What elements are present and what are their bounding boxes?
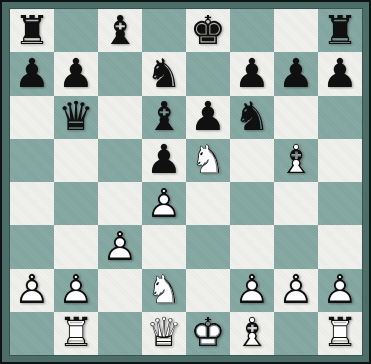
square-b7[interactable]: ♟: [54, 52, 98, 95]
piece-white-pawn: ♟♙: [274, 269, 318, 312]
square-g2[interactable]: ♟♙: [274, 269, 318, 312]
square-f3[interactable]: [230, 225, 274, 268]
piece-white-pawn: ♟♙: [10, 269, 54, 312]
square-d3[interactable]: [142, 225, 186, 268]
square-f6[interactable]: ♞: [230, 96, 274, 139]
square-g6[interactable]: [274, 96, 318, 139]
square-c5[interactable]: [98, 139, 142, 182]
square-c2[interactable]: [98, 269, 142, 312]
square-h3[interactable]: [318, 225, 362, 268]
square-g4[interactable]: [274, 182, 318, 225]
square-e1[interactable]: ♚♔: [186, 312, 230, 355]
square-a4[interactable]: [10, 182, 54, 225]
square-g1[interactable]: [274, 312, 318, 355]
piece-black-bishop: ♝: [98, 9, 142, 52]
square-e5[interactable]: ♞♘: [186, 139, 230, 182]
square-a5[interactable]: [10, 139, 54, 182]
square-f8[interactable]: [230, 9, 274, 52]
square-f7[interactable]: ♟: [230, 52, 274, 95]
square-c7[interactable]: [98, 52, 142, 95]
square-c8[interactable]: ♝: [98, 9, 142, 52]
square-c3[interactable]: ♟♙: [98, 225, 142, 268]
square-d7[interactable]: ♞: [142, 52, 186, 95]
square-c4[interactable]: [98, 182, 142, 225]
square-c6[interactable]: [98, 96, 142, 139]
square-d2[interactable]: ♞♘: [142, 269, 186, 312]
piece-black-knight: ♞: [142, 52, 186, 95]
square-a1[interactable]: [10, 312, 54, 355]
square-g8[interactable]: [274, 9, 318, 52]
square-h7[interactable]: ♟: [318, 52, 362, 95]
square-h4[interactable]: [318, 182, 362, 225]
square-g3[interactable]: [274, 225, 318, 268]
square-h8[interactable]: ♜: [318, 9, 362, 52]
square-f1[interactable]: ♝♗: [230, 312, 274, 355]
square-e2[interactable]: [186, 269, 230, 312]
square-b6[interactable]: ♛: [54, 96, 98, 139]
piece-black-pawn: ♟: [186, 96, 230, 139]
square-b3[interactable]: [54, 225, 98, 268]
piece-white-pawn: ♟♙: [54, 269, 98, 312]
square-h6[interactable]: [318, 96, 362, 139]
square-e3[interactable]: [186, 225, 230, 268]
square-b8[interactable]: [54, 9, 98, 52]
piece-white-rook: ♜♖: [318, 312, 362, 355]
square-g5[interactable]: ♝♗: [274, 139, 318, 182]
square-a2[interactable]: ♟♙: [10, 269, 54, 312]
piece-black-pawn: ♟: [10, 52, 54, 95]
piece-black-rook: ♜: [10, 9, 54, 52]
chess-board: ♜♝♚♜♟♟♞♟♟♟♛♝♟♞♟♞♘♝♗♟♙♟♙♟♙♟♙♞♘♟♙♟♙♟♙♜♖♛♕♚…: [10, 9, 362, 355]
piece-white-knight: ♞♘: [142, 269, 186, 312]
square-f5[interactable]: [230, 139, 274, 182]
square-h5[interactable]: [318, 139, 362, 182]
square-f4[interactable]: [230, 182, 274, 225]
square-b5[interactable]: [54, 139, 98, 182]
piece-white-bishop: ♝♗: [274, 139, 318, 182]
piece-black-pawn: ♟: [142, 139, 186, 182]
chess-board-frame: ♜♝♚♜♟♟♞♟♟♟♛♝♟♞♟♞♘♝♗♟♙♟♙♟♙♟♙♞♘♟♙♟♙♟♙♜♖♛♕♚…: [0, 0, 371, 364]
piece-white-pawn: ♟♙: [318, 269, 362, 312]
piece-white-pawn: ♟♙: [142, 182, 186, 225]
piece-black-pawn: ♟: [54, 52, 98, 95]
square-c1[interactable]: [98, 312, 142, 355]
piece-white-knight: ♞♘: [186, 139, 230, 182]
square-h2[interactable]: ♟♙: [318, 269, 362, 312]
square-e8[interactable]: ♚: [186, 9, 230, 52]
piece-black-king: ♚: [186, 9, 230, 52]
square-e7[interactable]: [186, 52, 230, 95]
square-d1[interactable]: ♛♕: [142, 312, 186, 355]
piece-black-pawn: ♟: [274, 52, 318, 95]
square-b2[interactable]: ♟♙: [54, 269, 98, 312]
square-f2[interactable]: ♟♙: [230, 269, 274, 312]
square-d5[interactable]: ♟: [142, 139, 186, 182]
square-b1[interactable]: ♜♖: [54, 312, 98, 355]
square-g7[interactable]: ♟: [274, 52, 318, 95]
square-h1[interactable]: ♜♖: [318, 312, 362, 355]
square-b4[interactable]: [54, 182, 98, 225]
piece-black-bishop: ♝: [142, 96, 186, 139]
square-a6[interactable]: [10, 96, 54, 139]
square-d8[interactable]: [142, 9, 186, 52]
square-a3[interactable]: [10, 225, 54, 268]
piece-white-king: ♚♔: [186, 312, 230, 355]
piece-black-queen: ♛: [54, 96, 98, 139]
piece-white-queen: ♛♕: [142, 312, 186, 355]
piece-white-rook: ♜♖: [54, 312, 98, 355]
square-a7[interactable]: ♟: [10, 52, 54, 95]
piece-white-pawn: ♟♙: [230, 269, 274, 312]
square-e4[interactable]: [186, 182, 230, 225]
square-d4[interactable]: ♟♙: [142, 182, 186, 225]
square-e6[interactable]: ♟: [186, 96, 230, 139]
piece-black-rook: ♜: [318, 9, 362, 52]
piece-white-bishop: ♝♗: [230, 312, 274, 355]
piece-white-pawn: ♟♙: [98, 225, 142, 268]
square-a8[interactable]: ♜: [10, 9, 54, 52]
piece-black-pawn: ♟: [318, 52, 362, 95]
piece-black-pawn: ♟: [230, 52, 274, 95]
piece-black-knight: ♞: [230, 96, 274, 139]
square-d6[interactable]: ♝: [142, 96, 186, 139]
